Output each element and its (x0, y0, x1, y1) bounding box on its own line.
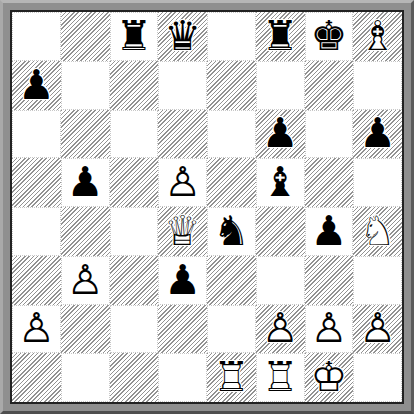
piece-white-knight: ♘ (353, 207, 402, 256)
square-c2[interactable] (110, 305, 159, 354)
square-d2[interactable] (158, 305, 207, 354)
piece-white-pawn: ♙ (353, 305, 402, 354)
square-a3[interactable] (12, 256, 61, 305)
white-pawn-fill: ♟ (256, 305, 305, 354)
chess-board[interactable]: ♜♜♛♛♜♜♚♚♝♗♟♟♟♟♟♟♟♟♟♙♝♝♛♕♞♞♟♟♞♘♟♙♟♟♟♙♟♙♟♙… (12, 12, 402, 402)
black-pawn-fill: ♟ (256, 110, 305, 159)
square-h6[interactable]: ♟♟ (353, 110, 402, 159)
piece-black-king: ♚ (305, 12, 354, 61)
square-c3[interactable] (110, 256, 159, 305)
square-d4[interactable]: ♛♕ (158, 207, 207, 256)
square-g6[interactable] (305, 110, 354, 159)
square-d8[interactable]: ♛♛ (158, 12, 207, 61)
white-rook-fill: ♜ (207, 353, 256, 402)
square-f8[interactable]: ♜♜ (256, 12, 305, 61)
square-c7[interactable] (110, 61, 159, 110)
square-b1[interactable] (61, 353, 110, 402)
piece-white-pawn: ♙ (12, 305, 61, 354)
square-a5[interactable] (12, 158, 61, 207)
square-b8[interactable] (61, 12, 110, 61)
white-pawn-fill: ♟ (158, 158, 207, 207)
black-pawn-fill: ♟ (353, 110, 402, 159)
square-a2[interactable]: ♟♙ (12, 305, 61, 354)
piece-white-pawn: ♙ (305, 305, 354, 354)
square-a4[interactable] (12, 207, 61, 256)
square-a1[interactable] (12, 353, 61, 402)
piece-black-rook: ♜ (110, 12, 159, 61)
square-g1[interactable]: ♚♔ (305, 353, 354, 402)
square-c5[interactable] (110, 158, 159, 207)
piece-black-bishop: ♝ (256, 158, 305, 207)
square-e1[interactable]: ♜♖ (207, 353, 256, 402)
square-g5[interactable] (305, 158, 354, 207)
square-d5[interactable]: ♟♙ (158, 158, 207, 207)
square-b7[interactable] (61, 61, 110, 110)
piece-white-bishop: ♗ (353, 12, 402, 61)
square-f6[interactable]: ♟♟ (256, 110, 305, 159)
white-pawn-fill: ♟ (353, 305, 402, 354)
square-g4[interactable]: ♟♟ (305, 207, 354, 256)
square-d3[interactable]: ♟♟ (158, 256, 207, 305)
square-c1[interactable] (110, 353, 159, 402)
black-bishop-fill: ♝ (256, 158, 305, 207)
square-h5[interactable] (353, 158, 402, 207)
piece-black-knight: ♞ (207, 207, 256, 256)
square-f2[interactable]: ♟♙ (256, 305, 305, 354)
square-e8[interactable] (207, 12, 256, 61)
piece-black-pawn: ♟ (305, 207, 354, 256)
white-queen-fill: ♛ (158, 207, 207, 256)
square-b3[interactable]: ♟♙ (61, 256, 110, 305)
square-e3[interactable] (207, 256, 256, 305)
black-rook-fill: ♜ (110, 12, 159, 61)
square-c8[interactable]: ♜♜ (110, 12, 159, 61)
white-knight-fill: ♞ (353, 207, 402, 256)
square-e4[interactable]: ♞♞ (207, 207, 256, 256)
white-pawn-fill: ♟ (12, 305, 61, 354)
square-e6[interactable] (207, 110, 256, 159)
square-c6[interactable] (110, 110, 159, 159)
square-e7[interactable] (207, 61, 256, 110)
square-b6[interactable] (61, 110, 110, 159)
black-rook-fill: ♜ (256, 12, 305, 61)
square-f5[interactable]: ♝♝ (256, 158, 305, 207)
square-g3[interactable] (305, 256, 354, 305)
square-f4[interactable] (256, 207, 305, 256)
piece-white-rook: ♖ (256, 353, 305, 402)
square-d1[interactable] (158, 353, 207, 402)
square-e5[interactable] (207, 158, 256, 207)
black-pawn-fill: ♟ (12, 61, 61, 110)
black-pawn-fill: ♟ (158, 256, 207, 305)
square-f3[interactable] (256, 256, 305, 305)
white-pawn-fill: ♟ (305, 305, 354, 354)
piece-black-pawn: ♟ (256, 110, 305, 159)
square-h2[interactable]: ♟♙ (353, 305, 402, 354)
black-knight-fill: ♞ (207, 207, 256, 256)
square-h8[interactable]: ♝♗ (353, 12, 402, 61)
square-b2[interactable] (61, 305, 110, 354)
piece-black-queen: ♛ (158, 12, 207, 61)
square-b5[interactable]: ♟♟ (61, 158, 110, 207)
piece-white-pawn: ♙ (61, 256, 110, 305)
white-rook-fill: ♜ (256, 353, 305, 402)
square-c4[interactable] (110, 207, 159, 256)
square-f7[interactable] (256, 61, 305, 110)
black-pawn-fill: ♟ (61, 158, 110, 207)
square-d6[interactable] (158, 110, 207, 159)
black-pawn-fill: ♟ (305, 207, 354, 256)
square-a6[interactable] (12, 110, 61, 159)
square-b4[interactable] (61, 207, 110, 256)
square-g2[interactable]: ♟♙ (305, 305, 354, 354)
piece-black-pawn: ♟ (12, 61, 61, 110)
square-e2[interactable] (207, 305, 256, 354)
board-frame: ♜♜♛♛♜♜♚♚♝♗♟♟♟♟♟♟♟♟♟♙♝♝♛♕♞♞♟♟♞♘♟♙♟♟♟♙♟♙♟♙… (0, 0, 414, 414)
piece-white-king: ♔ (305, 353, 354, 402)
piece-black-pawn: ♟ (353, 110, 402, 159)
black-queen-fill: ♛ (158, 12, 207, 61)
square-d7[interactable] (158, 61, 207, 110)
square-f1[interactable]: ♜♖ (256, 353, 305, 402)
square-h3[interactable] (353, 256, 402, 305)
square-h7[interactable] (353, 61, 402, 110)
white-pawn-fill: ♟ (61, 256, 110, 305)
square-g8[interactable]: ♚♚ (305, 12, 354, 61)
piece-white-queen: ♕ (158, 207, 207, 256)
piece-black-pawn: ♟ (158, 256, 207, 305)
black-king-fill: ♚ (305, 12, 354, 61)
piece-white-rook: ♖ (207, 353, 256, 402)
piece-black-rook: ♜ (256, 12, 305, 61)
square-a7[interactable]: ♟♟ (12, 61, 61, 110)
white-king-fill: ♚ (305, 353, 354, 402)
square-a8[interactable] (12, 12, 61, 61)
square-h4[interactable]: ♞♘ (353, 207, 402, 256)
white-bishop-fill: ♝ (353, 12, 402, 61)
piece-black-pawn: ♟ (61, 158, 110, 207)
piece-white-pawn: ♙ (158, 158, 207, 207)
square-g7[interactable] (305, 61, 354, 110)
board-border: ♜♜♛♛♜♜♚♚♝♗♟♟♟♟♟♟♟♟♟♙♝♝♛♕♞♞♟♟♞♘♟♙♟♟♟♙♟♙♟♙… (10, 10, 404, 404)
square-h1[interactable] (353, 353, 402, 402)
piece-white-pawn: ♙ (256, 305, 305, 354)
